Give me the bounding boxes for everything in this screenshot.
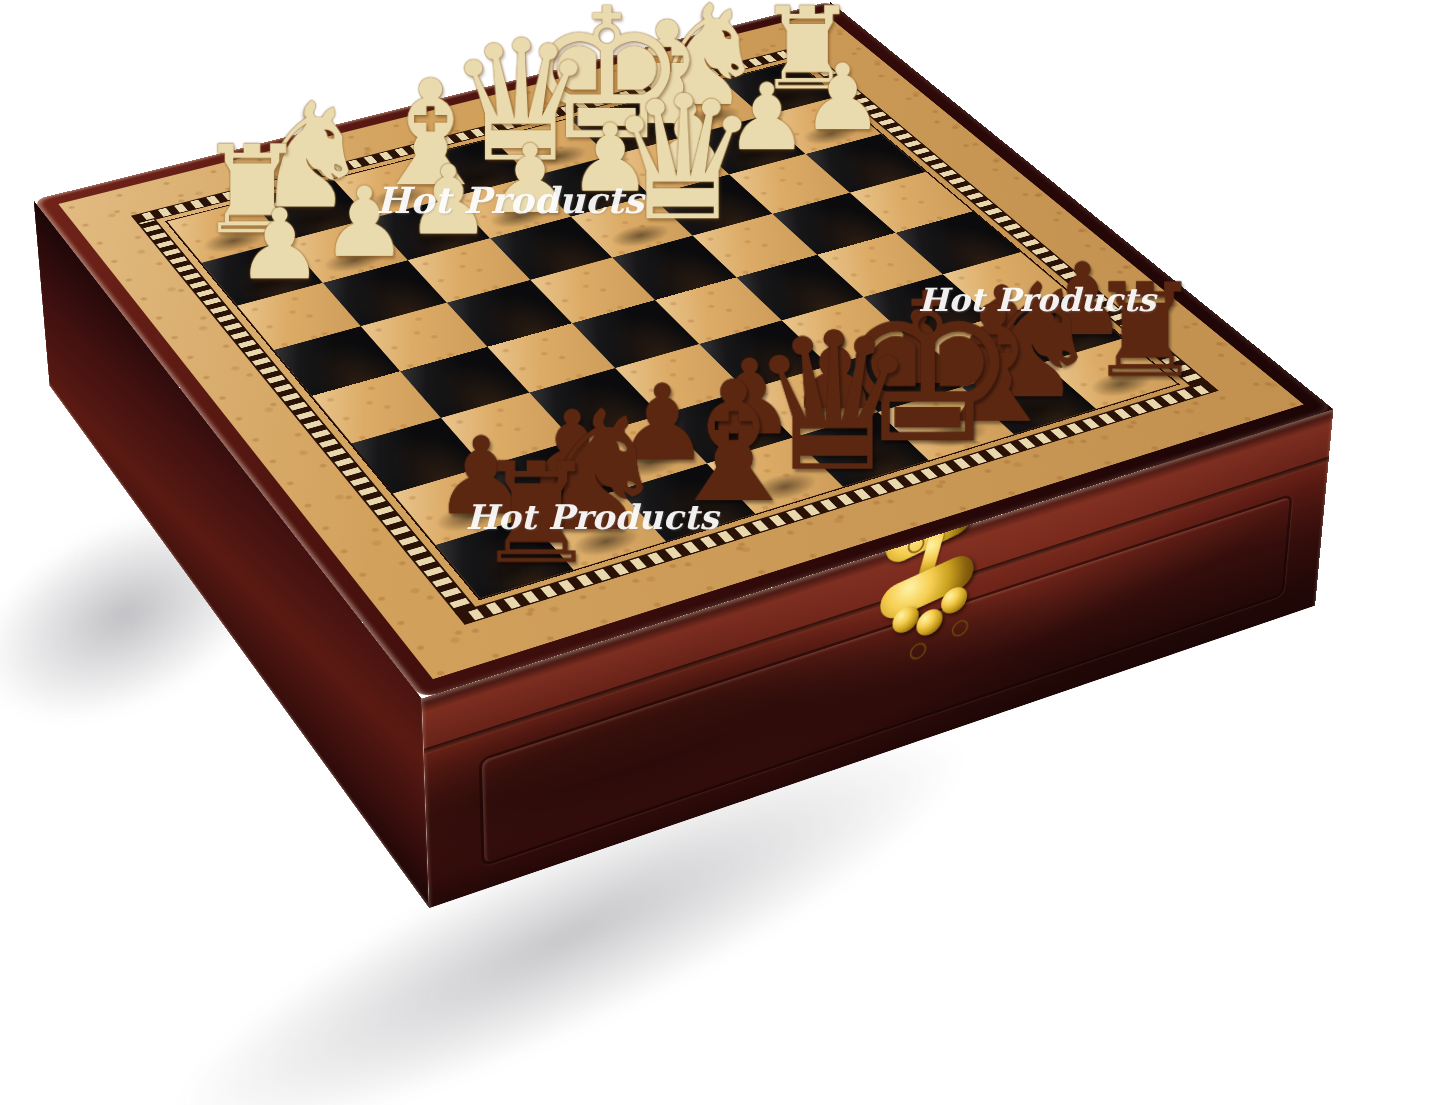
latch-engraving — [951, 617, 969, 640]
watermark: Hot Products — [466, 497, 719, 537]
piece-white-pawn[interactable]: ♟ — [799, 51, 886, 143]
latch-ball — [916, 606, 943, 639]
latch-engraving — [906, 533, 925, 556]
latch-engraving — [947, 508, 966, 531]
chess-storage-chest: ♜♞♝♛♚♝♞♜♟♟♟♟♟♟♟♟♛♟♟♟♟♟♟♟♟♜♞♝♛♚♝♞♜ — [33, 1, 1333, 698]
latch-engraving — [909, 640, 927, 663]
watermark: Hot Products — [918, 281, 1156, 319]
photo-scene: ♜♞♝♛♚♝♞♜♟♟♟♟♟♟♟♟♛♟♟♟♟♟♟♟♟♜♞♝♛♚♝♞♜ — [0, 0, 1445, 1105]
watermark: Hot Products — [376, 179, 643, 221]
piece-white-pawn[interactable]: ♟ — [233, 195, 326, 293]
